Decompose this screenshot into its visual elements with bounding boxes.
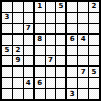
sudoku-cell-empty[interactable]: [78, 89, 88, 99]
sudoku-cell-empty[interactable]: [56, 67, 66, 77]
sudoku-cell-empty[interactable]: [35, 46, 45, 56]
sudoku-cell-empty[interactable]: [2, 89, 12, 99]
sudoku-cell-empty[interactable]: [78, 46, 88, 56]
sudoku-cell-empty[interactable]: [78, 24, 88, 34]
sudoku-cell-empty[interactable]: [56, 13, 66, 23]
sudoku-cell-empty[interactable]: [46, 46, 56, 56]
sudoku-cell-empty[interactable]: [2, 78, 12, 88]
sudoku-cell-empty[interactable]: [35, 24, 45, 34]
sudoku-cell-empty[interactable]: [78, 78, 88, 88]
sudoku-cell-empty[interactable]: [67, 67, 77, 77]
sudoku-cell-given[interactable]: 4: [24, 78, 34, 88]
sudoku-board: 15237864529775463: [0, 0, 101, 101]
sudoku-cell-given[interactable]: 6: [67, 35, 77, 45]
sudoku-cell-empty[interactable]: [2, 2, 12, 12]
sudoku-cell-empty[interactable]: [13, 13, 23, 23]
sudoku-cell-given[interactable]: 7: [46, 56, 56, 66]
sudoku-cell-empty[interactable]: [56, 78, 66, 88]
sudoku-cell-empty[interactable]: [89, 56, 99, 66]
sudoku-cell-empty[interactable]: [24, 56, 34, 66]
sudoku-cell-empty[interactable]: [13, 24, 23, 34]
sudoku-cell-empty[interactable]: [46, 2, 56, 12]
sudoku-cell-empty[interactable]: [78, 2, 88, 12]
sudoku-cell-empty[interactable]: [78, 13, 88, 23]
sudoku-cell-empty[interactable]: [2, 24, 12, 34]
sudoku-cell-empty[interactable]: [46, 35, 56, 45]
sudoku-cell-given[interactable]: 7: [24, 24, 34, 34]
sudoku-cell-empty[interactable]: [89, 13, 99, 23]
sudoku-cell-empty[interactable]: [24, 35, 34, 45]
sudoku-cell-empty[interactable]: [46, 24, 56, 34]
sudoku-cell-empty[interactable]: [2, 67, 12, 77]
sudoku-cell-empty[interactable]: [56, 89, 66, 99]
sudoku-cell-empty[interactable]: [67, 24, 77, 34]
sudoku-cell-empty[interactable]: [35, 56, 45, 66]
sudoku-cell-empty[interactable]: [35, 89, 45, 99]
sudoku-cell-given[interactable]: 2: [89, 2, 99, 12]
sudoku-cell-empty[interactable]: [56, 35, 66, 45]
sudoku-cell-empty[interactable]: [24, 2, 34, 12]
sudoku-cell-given[interactable]: 3: [2, 13, 12, 23]
sudoku-cell-empty[interactable]: [13, 78, 23, 88]
sudoku-cell-empty[interactable]: [46, 89, 56, 99]
sudoku-cell-given[interactable]: 7: [78, 67, 88, 77]
sudoku-cell-empty[interactable]: [56, 46, 66, 56]
sudoku-cell-empty[interactable]: [24, 13, 34, 23]
sudoku-cell-given[interactable]: 2: [13, 46, 23, 56]
sudoku-cell-empty[interactable]: [67, 78, 77, 88]
sudoku-cell-given[interactable]: 4: [78, 35, 88, 45]
sudoku-cell-empty[interactable]: [35, 13, 45, 23]
sudoku-cell-given[interactable]: 5: [2, 46, 12, 56]
sudoku-cell-empty[interactable]: [89, 78, 99, 88]
sudoku-cell-empty[interactable]: [13, 89, 23, 99]
sudoku-cell-empty[interactable]: [2, 35, 12, 45]
sudoku-cell-empty[interactable]: [13, 35, 23, 45]
sudoku-cell-empty[interactable]: [56, 24, 66, 34]
sudoku-cell-empty[interactable]: [67, 56, 77, 66]
sudoku-cell-empty[interactable]: [89, 24, 99, 34]
sudoku-cell-empty[interactable]: [78, 56, 88, 66]
sudoku-cell-empty[interactable]: [89, 89, 99, 99]
sudoku-cell-empty[interactable]: [35, 67, 45, 77]
sudoku-cell-empty[interactable]: [56, 56, 66, 66]
sudoku-cell-empty[interactable]: [2, 56, 12, 66]
sudoku-cell-given[interactable]: 1: [35, 2, 45, 12]
sudoku-cell-given[interactable]: 3: [67, 89, 77, 99]
sudoku-cell-given[interactable]: 5: [56, 2, 66, 12]
sudoku-cell-given[interactable]: 6: [35, 78, 45, 88]
sudoku-cell-empty[interactable]: [46, 78, 56, 88]
sudoku-cell-empty[interactable]: [13, 67, 23, 77]
sudoku-cell-empty[interactable]: [24, 46, 34, 56]
sudoku-cell-given[interactable]: 8: [35, 35, 45, 45]
sudoku-cell-given[interactable]: 9: [13, 56, 23, 66]
sudoku-cell-empty[interactable]: [13, 2, 23, 12]
sudoku-cell-empty[interactable]: [67, 13, 77, 23]
sudoku-cell-empty[interactable]: [46, 67, 56, 77]
sudoku-cell-empty[interactable]: [67, 2, 77, 12]
sudoku-cell-empty[interactable]: [24, 67, 34, 77]
sudoku-cell-empty[interactable]: [89, 35, 99, 45]
sudoku-cell-given[interactable]: 5: [89, 67, 99, 77]
sudoku-cell-empty[interactable]: [24, 89, 34, 99]
sudoku-cell-empty[interactable]: [67, 46, 77, 56]
sudoku-cell-empty[interactable]: [89, 46, 99, 56]
sudoku-cell-empty[interactable]: [46, 13, 56, 23]
